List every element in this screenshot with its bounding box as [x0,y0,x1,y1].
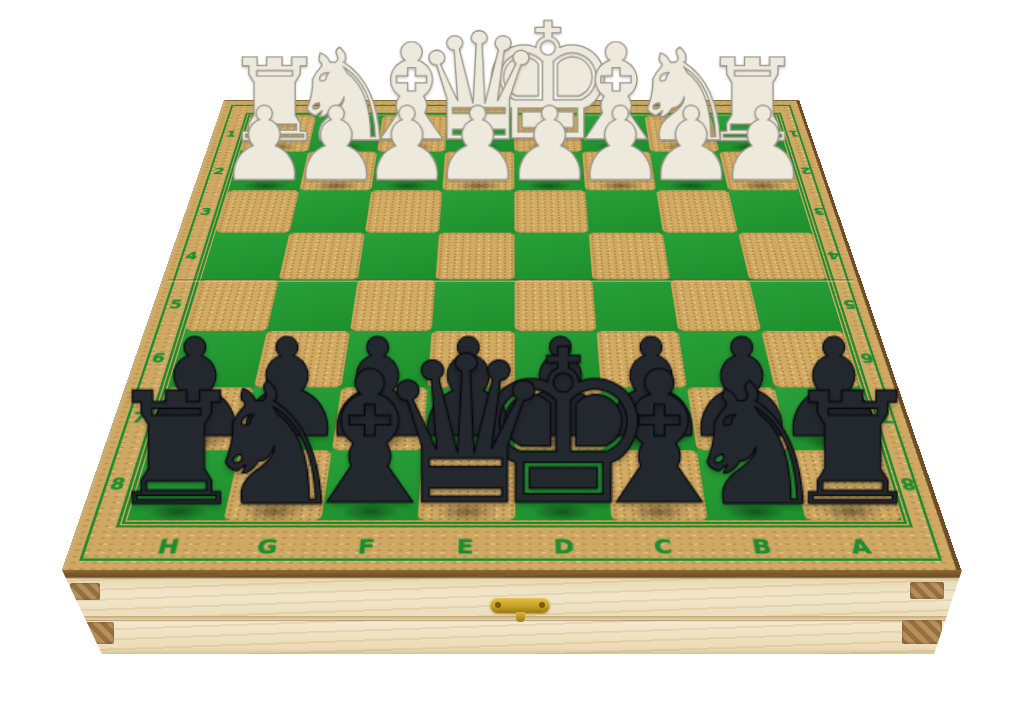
rank-label-left-4: 4 [174,248,210,263]
chessboard: HGFEDCBA1234567812345678♜♞♝♚♛♝♞♜♟♟♟♟♟♟♟♟… [62,100,961,570]
square-e3[interactable] [439,191,514,233]
square-a4[interactable] [738,233,827,279]
latch[interactable] [490,597,550,613]
file-label-F: F [333,529,399,566]
finger-joint [902,620,942,644]
square-g3[interactable] [290,191,371,233]
box-front-side [62,570,962,658]
file-label-B: B [728,529,797,566]
square-e4[interactable] [436,233,514,279]
finger-joint [70,583,100,600]
white-pawn[interactable]: ♟ [165,104,364,185]
square-h4[interactable] [201,233,290,279]
lid-groove [62,616,962,620]
latch-rivet-icon [539,602,545,608]
square-f3[interactable] [365,191,443,233]
square-c4[interactable] [588,233,670,279]
file-label-C: C [630,529,696,566]
latch-knob[interactable] [516,612,525,622]
chess-set-photo: HGFEDCBA1234567812345678♜♞♝♚♛♝♞♜♟♟♟♟♟♟♟♟… [0,0,1028,701]
rank-label-left-3: 3 [189,205,223,218]
square-f4[interactable] [357,233,439,279]
square-d4[interactable] [514,233,592,279]
latch-rivet-icon [495,602,501,608]
file-label-G: G [233,529,302,566]
square-g4[interactable] [279,233,364,279]
square-a3[interactable] [728,191,813,233]
file-label-E: E [433,529,496,566]
rank-label-right-3: 3 [802,205,836,218]
rank-label-right-4: 4 [816,248,852,263]
finger-joint [78,622,114,644]
square-b4[interactable] [663,233,749,279]
file-label-H: H [132,529,203,566]
black-queen[interactable]: ♛ [331,350,601,513]
square-b3[interactable] [656,191,737,233]
square-d3[interactable] [514,191,589,233]
fold-seam [168,279,854,281]
file-label-A: A [826,529,898,566]
file-label-D: D [533,529,596,566]
square-c3[interactable] [585,191,663,233]
square-h3[interactable] [215,191,299,233]
finger-joint [910,582,944,599]
